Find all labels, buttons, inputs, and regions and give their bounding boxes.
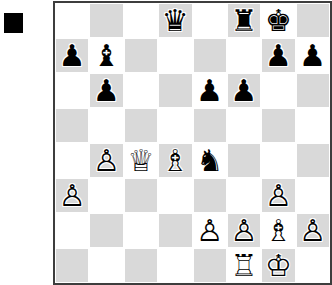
square-g1[interactable]: ♔ (261, 248, 295, 283)
black-pawn: ♟ (231, 76, 258, 106)
square-b6[interactable]: ♟ (89, 73, 123, 108)
square-a5[interactable] (55, 108, 89, 143)
black-pawn: ♟ (299, 41, 326, 71)
square-d5[interactable] (158, 108, 192, 143)
square-f6[interactable]: ♟ (227, 73, 261, 108)
square-d2[interactable] (158, 213, 192, 248)
square-c6[interactable] (124, 73, 158, 108)
black-to-move-indicator (4, 13, 23, 33)
black-king: ♚ (265, 6, 292, 36)
square-e2[interactable]: ♙ (193, 213, 227, 248)
white-pawn: ♙ (231, 216, 258, 246)
square-b2[interactable] (89, 213, 123, 248)
square-g6[interactable] (261, 73, 295, 108)
square-h6[interactable] (296, 73, 330, 108)
white-king: ♔ (265, 251, 292, 281)
square-c3[interactable] (124, 178, 158, 213)
black-rook: ♜ (231, 6, 258, 36)
square-a2[interactable] (55, 213, 89, 248)
square-b5[interactable] (89, 108, 123, 143)
square-e7[interactable] (193, 38, 227, 73)
square-d6[interactable] (158, 73, 192, 108)
chess-diagram: ♛♜♚♟♝♟♟♟♟♟♙♕♗♞♙♙♙♙♗♙♖♔ (0, 0, 332, 285)
square-e4[interactable]: ♞ (193, 143, 227, 178)
square-b4[interactable]: ♙ (89, 143, 123, 178)
square-h5[interactable] (296, 108, 330, 143)
square-f1[interactable]: ♖ (227, 248, 261, 283)
square-b1[interactable] (89, 248, 123, 283)
white-bishop: ♗ (265, 216, 292, 246)
square-c2[interactable] (124, 213, 158, 248)
square-f5[interactable] (227, 108, 261, 143)
square-h7[interactable]: ♟ (296, 38, 330, 73)
white-bishop: ♗ (162, 146, 189, 176)
square-a8[interactable] (55, 3, 89, 38)
square-h3[interactable] (296, 178, 330, 213)
square-f2[interactable]: ♙ (227, 213, 261, 248)
chess-board: ♛♜♚♟♝♟♟♟♟♟♙♕♗♞♙♙♙♙♗♙♖♔ (53, 1, 332, 285)
square-f3[interactable] (227, 178, 261, 213)
square-d7[interactable] (158, 38, 192, 73)
white-pawn: ♙ (59, 181, 86, 211)
black-queen: ♛ (162, 6, 189, 36)
square-e6[interactable]: ♟ (193, 73, 227, 108)
square-c4[interactable]: ♕ (124, 143, 158, 178)
square-a1[interactable] (55, 248, 89, 283)
square-h4[interactable] (296, 143, 330, 178)
square-h8[interactable] (296, 3, 330, 38)
square-g4[interactable] (261, 143, 295, 178)
white-queen: ♕ (127, 146, 154, 176)
square-c8[interactable] (124, 3, 158, 38)
square-f4[interactable] (227, 143, 261, 178)
white-pawn: ♙ (196, 216, 223, 246)
square-g2[interactable]: ♗ (261, 213, 295, 248)
square-c1[interactable] (124, 248, 158, 283)
square-g5[interactable] (261, 108, 295, 143)
square-d1[interactable] (158, 248, 192, 283)
square-d4[interactable]: ♗ (158, 143, 192, 178)
square-a3[interactable]: ♙ (55, 178, 89, 213)
black-pawn: ♟ (93, 76, 120, 106)
square-c7[interactable] (124, 38, 158, 73)
black-pawn: ♟ (59, 41, 86, 71)
square-b3[interactable] (89, 178, 123, 213)
black-bishop: ♝ (93, 41, 120, 71)
square-b8[interactable] (89, 3, 123, 38)
square-a4[interactable] (55, 143, 89, 178)
square-g8[interactable]: ♚ (261, 3, 295, 38)
white-pawn: ♙ (265, 181, 292, 211)
square-f8[interactable]: ♜ (227, 3, 261, 38)
square-e1[interactable] (193, 248, 227, 283)
square-f7[interactable] (227, 38, 261, 73)
square-d3[interactable] (158, 178, 192, 213)
square-a7[interactable]: ♟ (55, 38, 89, 73)
square-d8[interactable]: ♛ (158, 3, 192, 38)
white-rook: ♖ (231, 251, 258, 281)
black-pawn: ♟ (196, 76, 223, 106)
square-b7[interactable]: ♝ (89, 38, 123, 73)
black-knight: ♞ (196, 146, 223, 176)
square-h2[interactable]: ♙ (296, 213, 330, 248)
white-pawn: ♙ (299, 216, 326, 246)
white-pawn: ♙ (93, 146, 120, 176)
square-g3[interactable]: ♙ (261, 178, 295, 213)
square-a6[interactable] (55, 73, 89, 108)
square-e5[interactable] (193, 108, 227, 143)
square-e8[interactable] (193, 3, 227, 38)
square-g7[interactable]: ♟ (261, 38, 295, 73)
square-h1[interactable] (296, 248, 330, 283)
square-c5[interactable] (124, 108, 158, 143)
black-pawn: ♟ (265, 41, 292, 71)
square-e3[interactable] (193, 178, 227, 213)
